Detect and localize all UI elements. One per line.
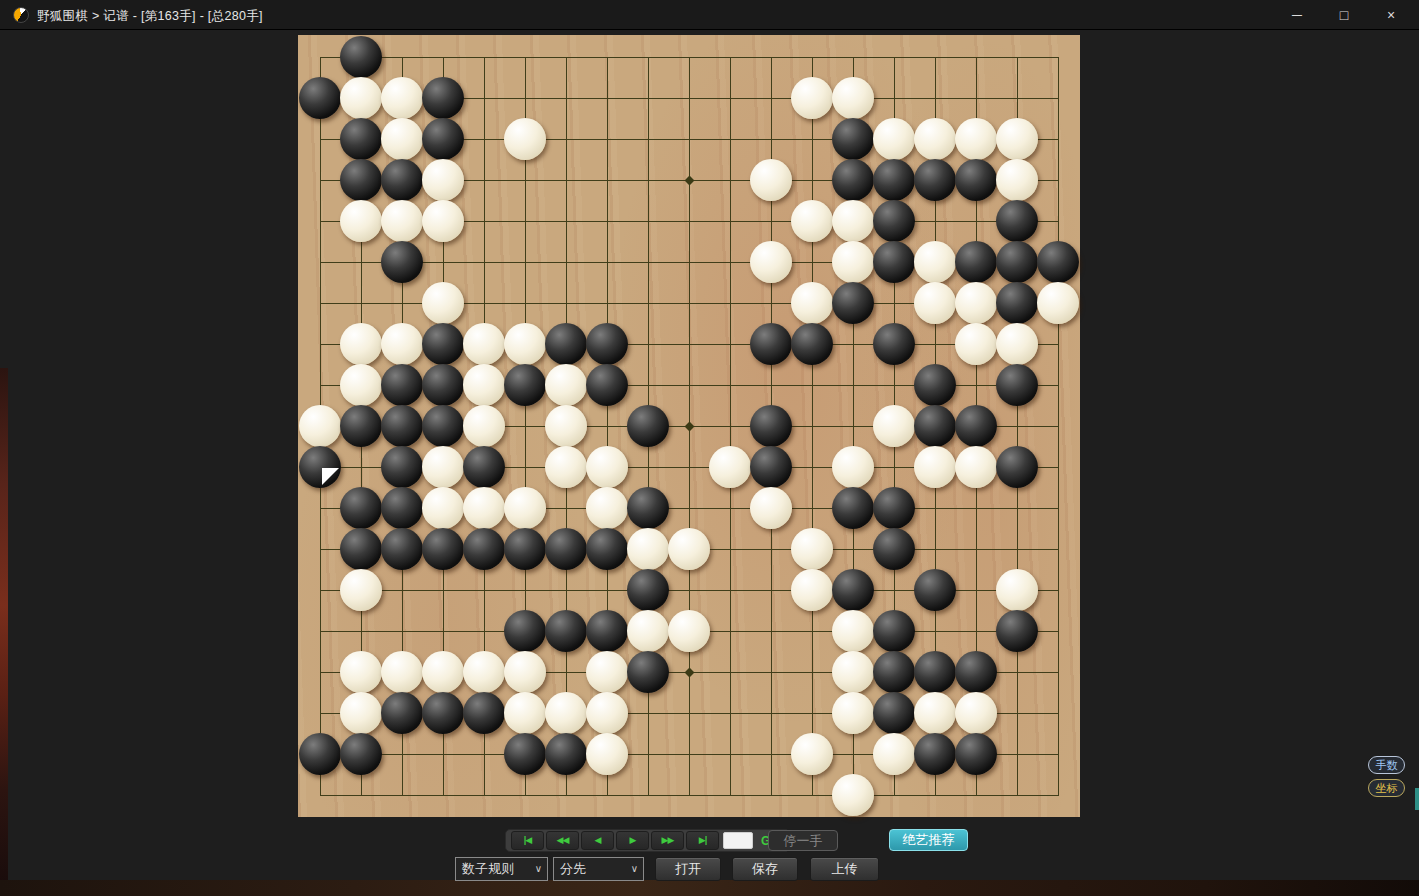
minimize-button[interactable]: ─: [1274, 0, 1320, 30]
black-stone: [955, 405, 997, 447]
black-stone: [463, 446, 505, 488]
white-stone: [832, 774, 874, 816]
black-stone: [299, 77, 341, 119]
black-stone: [340, 405, 382, 447]
black-stone: [1037, 241, 1079, 283]
white-stone: [832, 692, 874, 734]
white-stone: [709, 446, 751, 488]
white-stone: [914, 446, 956, 488]
black-stone: [914, 733, 956, 775]
black-stone: [914, 405, 956, 447]
white-stone: [586, 487, 628, 529]
white-stone: [422, 200, 464, 242]
black-stone: [750, 323, 792, 365]
black-stone: [381, 446, 423, 488]
window-title: 野狐围棋 > 记谱 - [第163手] - [总280手]: [37, 8, 263, 25]
move-numbers-toggle[interactable]: 手数: [1368, 756, 1405, 774]
coordinates-toggle[interactable]: 坐标: [1368, 779, 1405, 797]
rule-select-value: 数子规则: [462, 861, 514, 876]
black-stone: [832, 118, 874, 160]
last-move-button[interactable]: ▶|: [686, 831, 719, 850]
white-stone: [627, 528, 669, 570]
black-stone: [914, 159, 956, 201]
black-stone: [873, 651, 915, 693]
black-stone: [381, 405, 423, 447]
white-stone: [955, 446, 997, 488]
white-stone: [914, 692, 956, 734]
open-button[interactable]: 打开: [655, 857, 721, 881]
rule-select[interactable]: 数子规则 ∨: [455, 857, 548, 881]
white-stone: [832, 200, 874, 242]
white-stone: [586, 446, 628, 488]
black-stone: [340, 118, 382, 160]
fast-forward-button[interactable]: ▶▶: [651, 831, 684, 850]
white-stone: [340, 77, 382, 119]
black-stone: [340, 159, 382, 201]
white-stone: [422, 282, 464, 324]
white-stone: [791, 569, 833, 611]
white-stone: [422, 446, 464, 488]
star-point: [685, 176, 695, 186]
black-stone: [791, 323, 833, 365]
black-stone: [873, 487, 915, 529]
black-stone: [504, 364, 546, 406]
fast-back-button[interactable]: ◀◀: [546, 831, 579, 850]
black-stone: [504, 610, 546, 652]
black-stone: [586, 610, 628, 652]
white-stone: [545, 692, 587, 734]
upload-button[interactable]: 上传: [810, 857, 879, 881]
black-stone: [422, 118, 464, 160]
black-stone: [340, 487, 382, 529]
white-stone: [381, 323, 423, 365]
black-stone: [504, 733, 546, 775]
white-stone: [791, 282, 833, 324]
grid-line: [730, 57, 731, 796]
grid-line: [320, 795, 1059, 796]
navigation-group: |◀◀◀◀▶▶▶▶| GO: [505, 829, 790, 852]
forward-button[interactable]: ▶: [616, 831, 649, 850]
black-stone: [832, 159, 874, 201]
app-window: 野狐围棋 > 记谱 - [第163手] - [总280手] ─ □ × |◀◀◀…: [0, 0, 1419, 896]
white-stone: [545, 405, 587, 447]
black-stone: [340, 733, 382, 775]
white-stone: [504, 323, 546, 365]
black-stone: [545, 610, 587, 652]
white-stone: [914, 282, 956, 324]
white-stone: [832, 610, 874, 652]
black-stone: [381, 528, 423, 570]
white-stone: [463, 323, 505, 365]
white-stone: [340, 692, 382, 734]
white-stone: [832, 241, 874, 283]
white-stone: [996, 159, 1038, 201]
pass-button[interactable]: 停一手: [768, 830, 838, 851]
grid-line: [1058, 57, 1059, 796]
white-stone: [340, 651, 382, 693]
white-stone: [791, 77, 833, 119]
white-stone: [668, 528, 710, 570]
white-stone: [873, 733, 915, 775]
black-stone: [463, 528, 505, 570]
white-stone: [422, 159, 464, 201]
black-stone: [832, 282, 874, 324]
black-stone: [422, 364, 464, 406]
white-stone: [463, 487, 505, 529]
background-photo-sliver-right: [1415, 788, 1419, 810]
black-stone: [627, 651, 669, 693]
white-stone: [914, 241, 956, 283]
go-board[interactable]: [298, 35, 1080, 817]
white-stone: [1037, 282, 1079, 324]
white-stone: [750, 241, 792, 283]
black-stone: [873, 241, 915, 283]
white-stone: [586, 651, 628, 693]
black-stone: [381, 241, 423, 283]
white-stone: [381, 77, 423, 119]
white-stone: [996, 118, 1038, 160]
black-stone: [914, 364, 956, 406]
white-stone: [832, 651, 874, 693]
title-bar: 野狐围棋 > 记谱 - [第163手] - [总280手] ─ □ ×: [0, 0, 1419, 30]
white-stone: [381, 651, 423, 693]
black-stone: [873, 692, 915, 734]
chevron-down-icon: ∨: [631, 858, 638, 880]
background-photo-strip-left: [0, 368, 8, 896]
black-stone: [422, 405, 464, 447]
white-stone: [381, 118, 423, 160]
white-stone: [914, 118, 956, 160]
black-stone: [422, 323, 464, 365]
white-stone: [545, 364, 587, 406]
white-stone: [422, 651, 464, 693]
black-stone: [381, 692, 423, 734]
black-stone: [873, 159, 915, 201]
white-stone: [340, 200, 382, 242]
app-logo-icon: [13, 7, 29, 23]
black-stone: [381, 364, 423, 406]
white-stone: [668, 610, 710, 652]
black-stone: [873, 323, 915, 365]
black-stone: [422, 692, 464, 734]
star-point: [685, 668, 695, 678]
white-stone: [463, 364, 505, 406]
black-stone: [996, 282, 1038, 324]
white-stone: [422, 487, 464, 529]
white-stone: [955, 282, 997, 324]
close-button[interactable]: ×: [1368, 0, 1414, 30]
black-stone: [627, 569, 669, 611]
black-stone: [545, 733, 587, 775]
back-button[interactable]: ◀: [581, 831, 614, 850]
black-stone: [955, 733, 997, 775]
black-stone: [340, 528, 382, 570]
white-stone: [504, 692, 546, 734]
ai-recommend-button[interactable]: 绝艺推荐: [889, 829, 968, 851]
white-stone: [955, 692, 997, 734]
white-stone: [381, 200, 423, 242]
black-stone: [586, 364, 628, 406]
white-stone: [340, 323, 382, 365]
black-stone: [996, 364, 1038, 406]
black-stone: [299, 733, 341, 775]
black-stone: [422, 528, 464, 570]
black-stone: [996, 241, 1038, 283]
white-stone: [299, 405, 341, 447]
white-stone: [791, 733, 833, 775]
background-photo-strip-bottom: [0, 880, 1419, 896]
black-stone: [750, 405, 792, 447]
black-stone: [832, 487, 874, 529]
white-stone: [832, 77, 874, 119]
white-stone: [791, 200, 833, 242]
black-stone: [955, 651, 997, 693]
white-stone: [955, 323, 997, 365]
white-stone: [463, 405, 505, 447]
black-stone: [340, 36, 382, 78]
move-number-input[interactable]: [723, 832, 753, 849]
maximize-button[interactable]: □: [1321, 0, 1367, 30]
white-stone: [873, 405, 915, 447]
white-stone: [627, 610, 669, 652]
black-stone: [463, 692, 505, 734]
black-stone: [996, 610, 1038, 652]
white-stone: [340, 364, 382, 406]
black-stone: [873, 528, 915, 570]
white-stone: [832, 446, 874, 488]
white-stone: [545, 446, 587, 488]
black-stone: [545, 323, 587, 365]
handicap-select-value: 分先: [560, 861, 586, 876]
white-stone: [586, 692, 628, 734]
black-stone: [504, 528, 546, 570]
save-button[interactable]: 保存: [732, 857, 798, 881]
white-stone: [873, 118, 915, 160]
black-stone: [627, 487, 669, 529]
black-stone: [750, 446, 792, 488]
black-stone: [955, 241, 997, 283]
black-stone: [381, 487, 423, 529]
white-stone: [504, 487, 546, 529]
black-stone: [996, 200, 1038, 242]
black-stone: [955, 159, 997, 201]
grid-line: [812, 57, 813, 796]
black-stone: [545, 528, 587, 570]
black-stone: [914, 651, 956, 693]
first-move-button[interactable]: |◀: [511, 831, 544, 850]
white-stone: [791, 528, 833, 570]
white-stone: [463, 651, 505, 693]
black-stone: [627, 405, 669, 447]
handicap-select[interactable]: 分先 ∨: [553, 857, 644, 881]
black-stone: [586, 323, 628, 365]
black-stone: [873, 200, 915, 242]
black-stone: [381, 159, 423, 201]
black-stone: [873, 610, 915, 652]
white-stone: [504, 118, 546, 160]
black-stone: [832, 569, 874, 611]
white-stone: [996, 569, 1038, 611]
white-stone: [586, 733, 628, 775]
black-stone: [586, 528, 628, 570]
white-stone: [750, 159, 792, 201]
black-stone: [299, 446, 341, 488]
black-stone: [422, 77, 464, 119]
star-point: [685, 422, 695, 432]
chevron-down-icon: ∨: [535, 858, 542, 880]
white-stone: [750, 487, 792, 529]
black-stone: [914, 569, 956, 611]
white-stone: [504, 651, 546, 693]
black-stone: [996, 446, 1038, 488]
white-stone: [955, 118, 997, 160]
white-stone: [340, 569, 382, 611]
white-stone: [996, 323, 1038, 365]
